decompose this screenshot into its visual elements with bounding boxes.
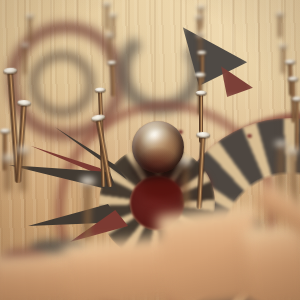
bagatelle-board-photo xyxy=(0,0,300,300)
foreground-blocks xyxy=(0,0,300,300)
wood-block xyxy=(244,223,300,300)
